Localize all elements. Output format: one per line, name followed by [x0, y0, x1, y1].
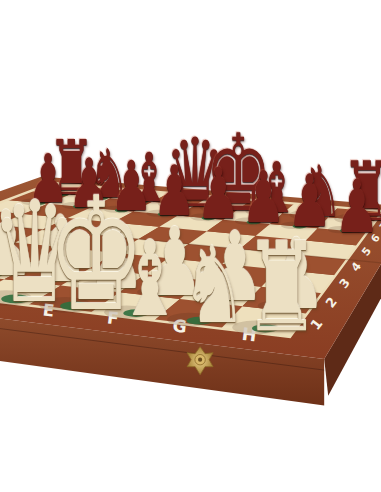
felt-base	[172, 202, 192, 208]
felt-base	[53, 192, 69, 197]
chess-board: ABCDEFGH12345678	[0, 0, 381, 492]
felt-base	[293, 224, 307, 228]
felt-base	[252, 324, 278, 332]
felt-base	[212, 297, 231, 303]
felt-base	[39, 278, 57, 283]
felt-base	[187, 317, 213, 325]
felt-base	[115, 208, 129, 212]
felt-base	[95, 284, 114, 290]
felt-base	[92, 195, 108, 200]
felt-base	[340, 228, 355, 232]
felt-base	[132, 198, 149, 203]
felt-base	[214, 205, 234, 211]
felt-base	[123, 309, 148, 317]
felt-base	[347, 217, 365, 222]
felt-base	[32, 201, 45, 205]
felt-base	[246, 220, 260, 224]
felt-base	[60, 302, 89, 311]
felt-base	[302, 213, 319, 218]
felt-base	[153, 290, 172, 296]
felt-base	[73, 204, 87, 208]
felt-base	[1, 295, 30, 304]
felt-base	[158, 212, 172, 216]
felt-base	[202, 216, 216, 220]
chess-set-photo: ABCDEFGH12345678 ♜♞♝♛♚♝♞♜♟♟♟♟♟♟♟♟♟♟♟♟♟♟♟…	[0, 0, 381, 492]
felt-base	[258, 209, 275, 214]
felt-base	[274, 304, 294, 310]
